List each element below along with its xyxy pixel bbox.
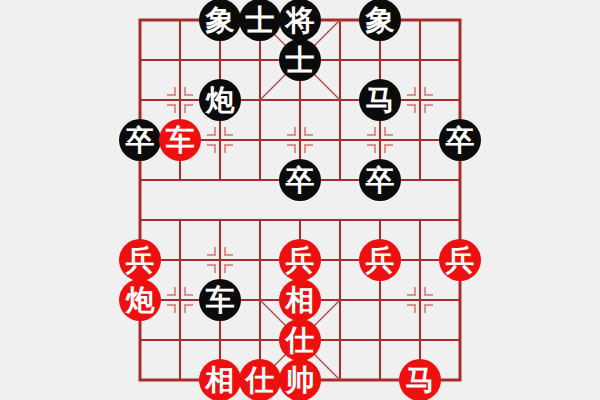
piece-black-chariot[interactable]: 车	[199, 279, 241, 321]
piece-red-advisor[interactable]: 仕	[279, 319, 321, 361]
piece-black-soldier[interactable]: 卒	[359, 159, 401, 201]
piece-red-soldier[interactable]: 兵	[439, 239, 481, 281]
piece-black-cannon[interactable]: 炮	[199, 79, 241, 121]
piece-black-advisor[interactable]: 士	[239, 0, 281, 41]
piece-red-soldier[interactable]: 兵	[359, 239, 401, 281]
piece-red-soldier[interactable]: 兵	[119, 239, 161, 281]
piece-black-elephant[interactable]: 象	[359, 0, 401, 41]
piece-black-general[interactable]: 将	[279, 0, 321, 41]
piece-black-advisor[interactable]: 士	[279, 39, 321, 81]
piece-red-cannon[interactable]: 炮	[119, 279, 161, 321]
piece-red-elephant[interactable]: 相	[279, 279, 321, 321]
piece-red-chariot[interactable]: 车	[159, 119, 201, 161]
piece-red-general[interactable]: 帅	[279, 359, 321, 400]
piece-black-soldier[interactable]: 卒	[279, 159, 321, 201]
xiangqi-board: 象士将象士炮马卒车卒卒卒兵兵兵兵炮车相仕相仕帅马	[0, 0, 600, 400]
piece-red-horse[interactable]: 马	[399, 359, 441, 400]
piece-black-soldier[interactable]: 卒	[439, 119, 481, 161]
piece-black-horse[interactable]: 马	[359, 79, 401, 121]
piece-red-elephant[interactable]: 相	[199, 359, 241, 400]
pieces-layer: 象士将象士炮马卒车卒卒卒兵兵兵兵炮车相仕相仕帅马	[0, 0, 600, 400]
piece-black-elephant[interactable]: 象	[199, 0, 241, 41]
piece-red-soldier[interactable]: 兵	[279, 239, 321, 281]
piece-black-soldier[interactable]: 卒	[119, 119, 161, 161]
piece-red-advisor[interactable]: 仕	[239, 359, 281, 400]
